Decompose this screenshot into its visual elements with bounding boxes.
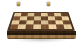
board-grid bbox=[10, 13, 73, 29]
board-square-r2c8 bbox=[61, 17, 69, 21]
board-frame bbox=[7, 12, 75, 31]
brass-latch bbox=[47, 2, 50, 6]
board-square-r4c4 bbox=[33, 24, 41, 28]
board-square-r3c7 bbox=[55, 20, 63, 24]
chess-board bbox=[7, 5, 75, 31]
board-square-r4c6 bbox=[48, 24, 56, 28]
product-photo bbox=[0, 0, 82, 55]
board-square-r4c1 bbox=[10, 24, 19, 28]
board-square-r3c2 bbox=[19, 20, 27, 24]
board-square-r4c8 bbox=[63, 24, 72, 28]
brass-latch bbox=[17, 2, 20, 6]
board-square-r2c4 bbox=[34, 17, 41, 21]
board-side-panel bbox=[7, 31, 76, 39]
